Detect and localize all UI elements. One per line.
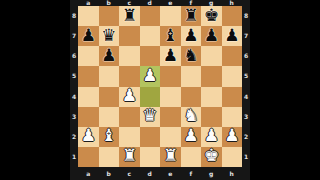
square-e2[interactable] xyxy=(160,127,181,147)
rank-label-1: 1 xyxy=(242,147,250,167)
square-h8[interactable] xyxy=(222,6,243,26)
square-e1[interactable]: ♜ xyxy=(160,147,181,167)
file-label-g: g xyxy=(201,167,222,180)
square-c3[interactable] xyxy=(119,107,140,127)
square-e4[interactable] xyxy=(160,87,181,107)
rank-labels-left: 87654321 xyxy=(70,6,78,167)
square-c8[interactable]: ♜ xyxy=(119,6,140,26)
square-c5[interactable] xyxy=(119,66,140,86)
square-b3[interactable] xyxy=(99,107,120,127)
chess-board: abcdefgh abcdefgh 87654321 87654321 ♜♜♚♟… xyxy=(70,0,250,180)
square-g6[interactable] xyxy=(201,46,222,66)
black-rook[interactable]: ♜ xyxy=(183,7,198,24)
square-h1[interactable] xyxy=(222,147,243,167)
white-knight[interactable]: ♞ xyxy=(183,107,198,124)
square-e6[interactable]: ♟ xyxy=(160,46,181,66)
square-d7[interactable] xyxy=(140,26,161,46)
square-b6[interactable]: ♟ xyxy=(99,46,120,66)
square-d1[interactable] xyxy=(140,147,161,167)
file-label-f: f xyxy=(181,167,202,180)
file-label-a: a xyxy=(78,167,99,180)
square-e7[interactable]: ♝ xyxy=(160,26,181,46)
square-c6[interactable] xyxy=(119,46,140,66)
letterbox-right xyxy=(250,0,320,180)
square-g1[interactable]: ♚ xyxy=(201,147,222,167)
rank-label-2: 2 xyxy=(70,127,78,147)
square-a5[interactable] xyxy=(78,66,99,86)
rank-label-2: 2 xyxy=(242,127,250,147)
rank-label-4: 4 xyxy=(70,87,78,107)
square-b7[interactable]: ♛ xyxy=(99,26,120,46)
square-a8[interactable] xyxy=(78,6,99,26)
file-label-b: b xyxy=(99,167,120,180)
square-h7[interactable]: ♟ xyxy=(222,26,243,46)
square-c1[interactable]: ♜ xyxy=(119,147,140,167)
square-c4[interactable]: ♟ xyxy=(119,87,140,107)
square-a3[interactable] xyxy=(78,107,99,127)
square-d4[interactable] xyxy=(140,87,161,107)
square-g7[interactable]: ♟ xyxy=(201,26,222,46)
black-pawn[interactable]: ♟ xyxy=(101,47,116,64)
white-pawn[interactable]: ♟ xyxy=(183,127,198,144)
square-f3[interactable]: ♞ xyxy=(181,107,202,127)
white-pawn[interactable]: ♟ xyxy=(122,87,137,104)
square-d5[interactable]: ♟ xyxy=(140,66,161,86)
square-f7[interactable]: ♟ xyxy=(181,26,202,46)
rank-labels-right: 87654321 xyxy=(242,6,250,167)
square-a6[interactable] xyxy=(78,46,99,66)
square-e8[interactable] xyxy=(160,6,181,26)
square-f1[interactable] xyxy=(181,147,202,167)
rank-label-8: 8 xyxy=(242,6,250,26)
square-f4[interactable] xyxy=(181,87,202,107)
white-rook[interactable]: ♜ xyxy=(122,147,137,164)
square-g3[interactable] xyxy=(201,107,222,127)
rank-label-5: 5 xyxy=(70,66,78,86)
square-a7[interactable]: ♟ xyxy=(78,26,99,46)
file-label-h: h xyxy=(222,167,243,180)
video-frame: abcdefgh abcdefgh 87654321 87654321 ♜♜♚♟… xyxy=(0,0,320,180)
white-rook[interactable]: ♜ xyxy=(163,147,178,164)
file-label-c: c xyxy=(119,167,140,180)
square-d6[interactable] xyxy=(140,46,161,66)
rank-label-6: 6 xyxy=(242,46,250,66)
rank-label-5: 5 xyxy=(242,66,250,86)
square-a4[interactable] xyxy=(78,87,99,107)
white-pawn[interactable]: ♟ xyxy=(81,127,96,144)
rank-label-1: 1 xyxy=(70,147,78,167)
square-b2[interactable]: ♝ xyxy=(99,127,120,147)
square-g4[interactable] xyxy=(201,87,222,107)
square-c2[interactable] xyxy=(119,127,140,147)
black-king[interactable]: ♚ xyxy=(204,7,219,24)
square-g8[interactable]: ♚ xyxy=(201,6,222,26)
square-b5[interactable] xyxy=(99,66,120,86)
square-b4[interactable] xyxy=(99,87,120,107)
white-king[interactable]: ♚ xyxy=(204,147,219,164)
square-b8[interactable] xyxy=(99,6,120,26)
rank-label-3: 3 xyxy=(242,107,250,127)
file-label-e: e xyxy=(160,167,181,180)
square-d2[interactable] xyxy=(140,127,161,147)
square-b1[interactable] xyxy=(99,147,120,167)
square-g5[interactable] xyxy=(201,66,222,86)
black-rook[interactable]: ♜ xyxy=(122,7,137,24)
square-c7[interactable] xyxy=(119,26,140,46)
square-g2[interactable]: ♟ xyxy=(201,127,222,147)
white-queen[interactable]: ♛ xyxy=(142,107,157,124)
square-h6[interactable] xyxy=(222,46,243,66)
black-pawn[interactable]: ♟ xyxy=(81,27,96,44)
black-pawn[interactable]: ♟ xyxy=(224,27,239,44)
rank-label-7: 7 xyxy=(70,26,78,46)
letterbox-left xyxy=(0,0,70,180)
square-e5[interactable] xyxy=(160,66,181,86)
square-h4[interactable] xyxy=(222,87,243,107)
file-label-d: d xyxy=(140,167,161,180)
black-pawn[interactable]: ♟ xyxy=(163,47,178,64)
square-f2[interactable]: ♟ xyxy=(181,127,202,147)
square-d8[interactable] xyxy=(140,6,161,26)
white-bishop[interactable]: ♝ xyxy=(101,127,116,144)
square-h2[interactable]: ♟ xyxy=(222,127,243,147)
rank-label-8: 8 xyxy=(70,6,78,26)
square-f6[interactable]: ♞ xyxy=(181,46,202,66)
black-bishop[interactable]: ♝ xyxy=(163,27,178,44)
black-pawn[interactable]: ♟ xyxy=(183,27,198,44)
rank-label-6: 6 xyxy=(70,46,78,66)
rank-label-7: 7 xyxy=(242,26,250,46)
board-grid: ♜♜♚♟♛♝♟♟♟♟♟♞♟♟♛♞♟♝♟♟♟♜♜♚ xyxy=(78,6,242,167)
rank-label-3: 3 xyxy=(70,107,78,127)
black-queen[interactable]: ♛ xyxy=(101,27,116,44)
square-h3[interactable] xyxy=(222,107,243,127)
white-pawn[interactable]: ♟ xyxy=(224,127,239,144)
square-d3[interactable]: ♛ xyxy=(140,107,161,127)
square-h5[interactable] xyxy=(222,66,243,86)
square-e3[interactable] xyxy=(160,107,181,127)
square-a2[interactable]: ♟ xyxy=(78,127,99,147)
square-f8[interactable]: ♜ xyxy=(181,6,202,26)
white-pawn[interactable]: ♟ xyxy=(204,127,219,144)
black-pawn[interactable]: ♟ xyxy=(204,27,219,44)
square-f5[interactable] xyxy=(181,66,202,86)
square-a1[interactable] xyxy=(78,147,99,167)
rank-label-4: 4 xyxy=(242,87,250,107)
white-pawn[interactable]: ♟ xyxy=(142,67,157,84)
black-knight[interactable]: ♞ xyxy=(183,47,198,64)
file-labels-bottom: abcdefgh xyxy=(78,167,242,180)
